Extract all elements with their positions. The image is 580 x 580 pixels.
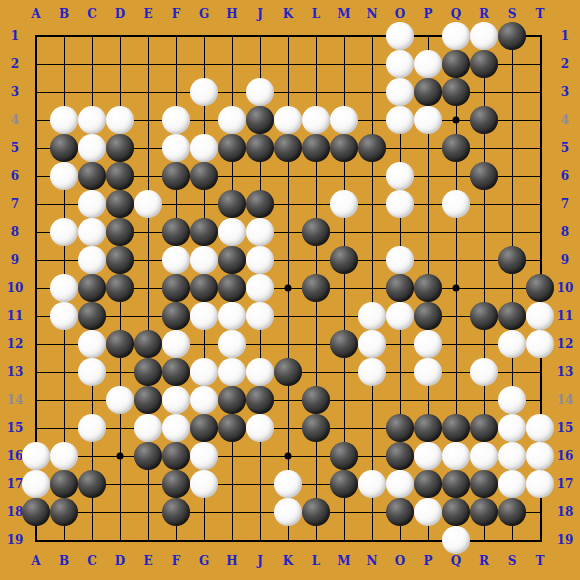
- stone-Q7[interactable]: [442, 190, 470, 218]
- column-label: A: [22, 2, 50, 26]
- stone-N13[interactable]: [358, 358, 386, 386]
- stone-O16[interactable]: [386, 442, 414, 470]
- stone-J13[interactable]: [246, 358, 274, 386]
- stone-L4[interactable]: [302, 106, 330, 134]
- row-label: 14: [552, 388, 578, 412]
- stone-A17[interactable]: [22, 470, 50, 498]
- stone-F12[interactable]: [162, 330, 190, 358]
- stone-S18[interactable]: [498, 498, 526, 526]
- stone-O6[interactable]: [386, 162, 414, 190]
- column-label: G: [190, 549, 218, 573]
- stone-P4[interactable]: [414, 106, 442, 134]
- column-label: S: [498, 549, 526, 573]
- row-label: 13: [552, 360, 578, 384]
- stone-Q15[interactable]: [442, 414, 470, 442]
- stone-O7[interactable]: [386, 190, 414, 218]
- stone-G17[interactable]: [190, 470, 218, 498]
- stone-K18[interactable]: [274, 498, 302, 526]
- stone-S12[interactable]: [498, 330, 526, 358]
- hoshi-dot: [285, 285, 292, 292]
- stone-J4[interactable]: [246, 106, 274, 134]
- row-label: 7: [2, 192, 28, 216]
- stone-M7[interactable]: [330, 190, 358, 218]
- column-label: M: [330, 549, 358, 573]
- column-label: K: [274, 2, 302, 26]
- column-label: M: [330, 2, 358, 26]
- column-label: D: [106, 549, 134, 573]
- stone-P15[interactable]: [414, 414, 442, 442]
- stone-D6[interactable]: [106, 162, 134, 190]
- column-label: F: [162, 549, 190, 573]
- column-label: E: [134, 549, 162, 573]
- column-label: J: [246, 2, 274, 26]
- column-label: C: [78, 549, 106, 573]
- stone-N17[interactable]: [358, 470, 386, 498]
- stone-L15[interactable]: [302, 414, 330, 442]
- stone-Q19[interactable]: [442, 526, 470, 554]
- stone-P16[interactable]: [414, 442, 442, 470]
- column-label: J: [246, 549, 274, 573]
- row-label: 10: [2, 276, 28, 300]
- stone-D14[interactable]: [106, 386, 134, 414]
- stone-M12[interactable]: [330, 330, 358, 358]
- stone-B6[interactable]: [50, 162, 78, 190]
- stone-L14[interactable]: [302, 386, 330, 414]
- stone-P18[interactable]: [414, 498, 442, 526]
- stone-B4[interactable]: [50, 106, 78, 134]
- stone-J15[interactable]: [246, 414, 274, 442]
- stone-C6[interactable]: [78, 162, 106, 190]
- stone-C7[interactable]: [78, 190, 106, 218]
- hoshi-dot: [117, 453, 124, 460]
- stone-G3[interactable]: [190, 78, 218, 106]
- stone-R16[interactable]: [470, 442, 498, 470]
- stone-F4[interactable]: [162, 106, 190, 134]
- stone-B16[interactable]: [50, 442, 78, 470]
- stone-C10[interactable]: [78, 274, 106, 302]
- stone-L8[interactable]: [302, 218, 330, 246]
- column-label: B: [50, 549, 78, 573]
- column-label: F: [162, 2, 190, 26]
- stone-C8[interactable]: [78, 218, 106, 246]
- row-label: 11: [2, 304, 28, 328]
- stone-E14[interactable]: [134, 386, 162, 414]
- stone-S15[interactable]: [498, 414, 526, 442]
- stone-P17[interactable]: [414, 470, 442, 498]
- stone-O4[interactable]: [386, 106, 414, 134]
- stone-F18[interactable]: [162, 498, 190, 526]
- column-label: E: [134, 2, 162, 26]
- stone-G11[interactable]: [190, 302, 218, 330]
- row-label: 5: [552, 136, 578, 160]
- stone-R18[interactable]: [470, 498, 498, 526]
- column-label: L: [302, 2, 330, 26]
- stone-P11[interactable]: [414, 302, 442, 330]
- row-label: 16: [552, 444, 578, 468]
- stone-J5[interactable]: [246, 134, 274, 162]
- stone-M9[interactable]: [330, 246, 358, 274]
- stone-A16[interactable]: [22, 442, 50, 470]
- stone-E16[interactable]: [134, 442, 162, 470]
- row-label: 13: [2, 360, 28, 384]
- stone-H13[interactable]: [218, 358, 246, 386]
- stone-E13[interactable]: [134, 358, 162, 386]
- stone-Q3[interactable]: [442, 78, 470, 106]
- stone-H11[interactable]: [218, 302, 246, 330]
- stone-Q5[interactable]: [442, 134, 470, 162]
- stone-M16[interactable]: [330, 442, 358, 470]
- row-label: 7: [552, 192, 578, 216]
- stone-Q1[interactable]: [442, 22, 470, 50]
- stone-E12[interactable]: [134, 330, 162, 358]
- stone-J7[interactable]: [246, 190, 274, 218]
- stone-O1[interactable]: [386, 22, 414, 50]
- stone-D12[interactable]: [106, 330, 134, 358]
- stone-R17[interactable]: [470, 470, 498, 498]
- row-label: 14: [2, 388, 28, 412]
- stone-K17[interactable]: [274, 470, 302, 498]
- stone-B18[interactable]: [50, 498, 78, 526]
- stone-T15[interactable]: [526, 414, 554, 442]
- stone-Q2[interactable]: [442, 50, 470, 78]
- stone-J8[interactable]: [246, 218, 274, 246]
- stone-D9[interactable]: [106, 246, 134, 274]
- row-label: 18: [552, 500, 578, 524]
- row-label: 9: [2, 248, 28, 272]
- stone-O9[interactable]: [386, 246, 414, 274]
- stone-G15[interactable]: [190, 414, 218, 442]
- stone-J14[interactable]: [246, 386, 274, 414]
- column-label: R: [470, 549, 498, 573]
- column-label: B: [50, 2, 78, 26]
- row-label: 8: [552, 220, 578, 244]
- stone-J10[interactable]: [246, 274, 274, 302]
- stone-B11[interactable]: [50, 302, 78, 330]
- column-label: H: [218, 549, 246, 573]
- stone-P10[interactable]: [414, 274, 442, 302]
- stone-O2[interactable]: [386, 50, 414, 78]
- row-label: 12: [552, 332, 578, 356]
- stone-C11[interactable]: [78, 302, 106, 330]
- stone-F17[interactable]: [162, 470, 190, 498]
- stone-D10[interactable]: [106, 274, 134, 302]
- column-label: N: [358, 549, 386, 573]
- column-label: N: [358, 2, 386, 26]
- stone-H9[interactable]: [218, 246, 246, 274]
- stone-K13[interactable]: [274, 358, 302, 386]
- stone-F15[interactable]: [162, 414, 190, 442]
- stone-G5[interactable]: [190, 134, 218, 162]
- stone-S11[interactable]: [498, 302, 526, 330]
- stone-S9[interactable]: [498, 246, 526, 274]
- stone-D4[interactable]: [106, 106, 134, 134]
- column-label: P: [414, 2, 442, 26]
- stone-L10[interactable]: [302, 274, 330, 302]
- stone-B8[interactable]: [50, 218, 78, 246]
- stone-D8[interactable]: [106, 218, 134, 246]
- stone-H5[interactable]: [218, 134, 246, 162]
- stone-B10[interactable]: [50, 274, 78, 302]
- stone-C17[interactable]: [78, 470, 106, 498]
- row-label: 15: [2, 416, 28, 440]
- row-label: 2: [2, 52, 28, 76]
- column-label: O: [386, 549, 414, 573]
- column-label: K: [274, 549, 302, 573]
- stone-N12[interactable]: [358, 330, 386, 358]
- stone-H7[interactable]: [218, 190, 246, 218]
- column-label: D: [106, 2, 134, 26]
- stone-C5[interactable]: [78, 134, 106, 162]
- stone-F9[interactable]: [162, 246, 190, 274]
- stone-J9[interactable]: [246, 246, 274, 274]
- stone-S1[interactable]: [498, 22, 526, 50]
- row-label: 5: [2, 136, 28, 160]
- hoshi-dot: [453, 117, 460, 124]
- stone-T16[interactable]: [526, 442, 554, 470]
- stone-Q18[interactable]: [442, 498, 470, 526]
- stone-F5[interactable]: [162, 134, 190, 162]
- column-label: H: [218, 2, 246, 26]
- stone-R15[interactable]: [470, 414, 498, 442]
- stone-M4[interactable]: [330, 106, 358, 134]
- row-label: 15: [552, 416, 578, 440]
- stone-O11[interactable]: [386, 302, 414, 330]
- row-label: 4: [2, 108, 28, 132]
- column-label: A: [22, 549, 50, 573]
- stone-R1[interactable]: [470, 22, 498, 50]
- row-label: 9: [552, 248, 578, 272]
- row-label: 12: [2, 332, 28, 356]
- stone-C12[interactable]: [78, 330, 106, 358]
- stone-E7[interactable]: [134, 190, 162, 218]
- row-label: 17: [552, 472, 578, 496]
- stone-A18[interactable]: [22, 498, 50, 526]
- column-label: G: [190, 2, 218, 26]
- stone-O17[interactable]: [386, 470, 414, 498]
- stone-H15[interactable]: [218, 414, 246, 442]
- stone-R2[interactable]: [470, 50, 498, 78]
- stone-O15[interactable]: [386, 414, 414, 442]
- stone-C4[interactable]: [78, 106, 106, 134]
- stone-D7[interactable]: [106, 190, 134, 218]
- stone-C9[interactable]: [78, 246, 106, 274]
- stone-T17[interactable]: [526, 470, 554, 498]
- stone-T11[interactable]: [526, 302, 554, 330]
- column-label: P: [414, 549, 442, 573]
- stone-K4[interactable]: [274, 106, 302, 134]
- row-label: 1: [2, 24, 28, 48]
- stone-T12[interactable]: [526, 330, 554, 358]
- stone-G10[interactable]: [190, 274, 218, 302]
- hoshi-dot: [285, 453, 292, 460]
- stone-M17[interactable]: [330, 470, 358, 498]
- row-label: 6: [552, 164, 578, 188]
- stone-H8[interactable]: [218, 218, 246, 246]
- stone-F13[interactable]: [162, 358, 190, 386]
- stone-T10[interactable]: [526, 274, 554, 302]
- stone-O3[interactable]: [386, 78, 414, 106]
- column-label: C: [78, 2, 106, 26]
- column-label: T: [526, 549, 554, 573]
- go-board: AABBCCDDEEFFGGHHJJKKLLMMNNOOPPQQRRSSTT11…: [0, 0, 580, 580]
- stone-B5[interactable]: [50, 134, 78, 162]
- row-label: 10: [552, 276, 578, 300]
- stone-G9[interactable]: [190, 246, 218, 274]
- stone-P12[interactable]: [414, 330, 442, 358]
- stone-S14[interactable]: [498, 386, 526, 414]
- stone-F14[interactable]: [162, 386, 190, 414]
- stone-G6[interactable]: [190, 162, 218, 190]
- row-label: 3: [2, 80, 28, 104]
- row-label: 4: [552, 108, 578, 132]
- stone-P2[interactable]: [414, 50, 442, 78]
- row-label: 1: [552, 24, 578, 48]
- stone-O10[interactable]: [386, 274, 414, 302]
- stone-S17[interactable]: [498, 470, 526, 498]
- stone-E15[interactable]: [134, 414, 162, 442]
- row-label: 2: [552, 52, 578, 76]
- stone-G8[interactable]: [190, 218, 218, 246]
- stone-L18[interactable]: [302, 498, 330, 526]
- stone-D5[interactable]: [106, 134, 134, 162]
- stone-H10[interactable]: [218, 274, 246, 302]
- stone-R13[interactable]: [470, 358, 498, 386]
- stone-Q16[interactable]: [442, 442, 470, 470]
- stone-F10[interactable]: [162, 274, 190, 302]
- stone-F11[interactable]: [162, 302, 190, 330]
- stone-B17[interactable]: [50, 470, 78, 498]
- stone-N5[interactable]: [358, 134, 386, 162]
- stone-C15[interactable]: [78, 414, 106, 442]
- stone-P3[interactable]: [414, 78, 442, 106]
- stone-M5[interactable]: [330, 134, 358, 162]
- column-label: T: [526, 2, 554, 26]
- stone-G13[interactable]: [190, 358, 218, 386]
- row-label: 11: [552, 304, 578, 328]
- hoshi-dot: [453, 285, 460, 292]
- stone-J3[interactable]: [246, 78, 274, 106]
- stone-S16[interactable]: [498, 442, 526, 470]
- stone-F6[interactable]: [162, 162, 190, 190]
- stone-F16[interactable]: [162, 442, 190, 470]
- stone-F8[interactable]: [162, 218, 190, 246]
- stone-H4[interactable]: [218, 106, 246, 134]
- row-label: 3: [552, 80, 578, 104]
- stone-J11[interactable]: [246, 302, 274, 330]
- stone-H14[interactable]: [218, 386, 246, 414]
- row-label: 19: [552, 528, 578, 552]
- stone-R6[interactable]: [470, 162, 498, 190]
- stone-H12[interactable]: [218, 330, 246, 358]
- stone-R4[interactable]: [470, 106, 498, 134]
- stone-N11[interactable]: [358, 302, 386, 330]
- row-label: 19: [2, 528, 28, 552]
- row-label: 8: [2, 220, 28, 244]
- stone-O18[interactable]: [386, 498, 414, 526]
- stone-K5[interactable]: [274, 134, 302, 162]
- stone-P13[interactable]: [414, 358, 442, 386]
- stone-R11[interactable]: [470, 302, 498, 330]
- row-label: 6: [2, 164, 28, 188]
- stone-G14[interactable]: [190, 386, 218, 414]
- stone-Q17[interactable]: [442, 470, 470, 498]
- stone-L5[interactable]: [302, 134, 330, 162]
- stone-C13[interactable]: [78, 358, 106, 386]
- column-label: L: [302, 549, 330, 573]
- stone-G16[interactable]: [190, 442, 218, 470]
